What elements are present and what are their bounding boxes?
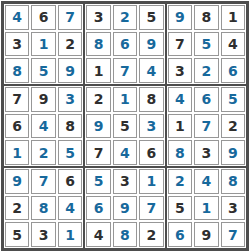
- cell-r1c6[interactable]: 5: [139, 5, 163, 30]
- sudoku-box: 467312859: [3, 3, 84, 85]
- cell-r5c6[interactable]: 3: [139, 114, 163, 139]
- cell-r4c8[interactable]: 6: [194, 87, 218, 112]
- cell-r3c3[interactable]: 9: [58, 58, 82, 83]
- cell-r9c8[interactable]: 9: [194, 222, 218, 247]
- cell-r2c6[interactable]: 9: [139, 32, 163, 57]
- cell-r8c3[interactable]: 4: [58, 196, 82, 221]
- cell-r1c1[interactable]: 4: [5, 5, 29, 30]
- cell-r9c2[interactable]: 3: [31, 222, 55, 247]
- sudoku-box: 248513697: [166, 167, 247, 249]
- cell-r4c1[interactable]: 7: [5, 87, 29, 112]
- cell-r5c1[interactable]: 6: [5, 114, 29, 139]
- cell-r9c5[interactable]: 8: [113, 222, 137, 247]
- cell-r8c9[interactable]: 3: [221, 196, 245, 221]
- cell-r5c8[interactable]: 7: [194, 114, 218, 139]
- cell-r6c7[interactable]: 8: [168, 140, 192, 165]
- sudoku-box: 465172839: [166, 85, 247, 167]
- cell-r3c6[interactable]: 4: [139, 58, 163, 83]
- cell-r7c7[interactable]: 2: [168, 169, 192, 194]
- cell-r1c2[interactable]: 6: [31, 5, 55, 30]
- cell-r7c8[interactable]: 4: [194, 169, 218, 194]
- cell-r3c4[interactable]: 1: [86, 58, 110, 83]
- cell-r3c5[interactable]: 7: [113, 58, 137, 83]
- cell-r9c3[interactable]: 1: [58, 222, 82, 247]
- cell-r7c5[interactable]: 3: [113, 169, 137, 194]
- cell-r6c1[interactable]: 1: [5, 140, 29, 165]
- cell-r3c9[interactable]: 6: [221, 58, 245, 83]
- cell-r2c2[interactable]: 1: [31, 32, 55, 57]
- cell-r8c2[interactable]: 8: [31, 196, 55, 221]
- cell-r7c6[interactable]: 1: [139, 169, 163, 194]
- cell-r6c4[interactable]: 7: [86, 140, 110, 165]
- cell-r5c4[interactable]: 9: [86, 114, 110, 139]
- cell-r1c9[interactable]: 1: [221, 5, 245, 30]
- cell-r1c4[interactable]: 3: [86, 5, 110, 30]
- sudoku-box: 981754326: [166, 3, 247, 85]
- cell-r5c7[interactable]: 1: [168, 114, 192, 139]
- cell-r5c2[interactable]: 4: [31, 114, 55, 139]
- cell-r7c4[interactable]: 5: [86, 169, 110, 194]
- cell-r9c7[interactable]: 6: [168, 222, 192, 247]
- cell-r3c1[interactable]: 8: [5, 58, 29, 83]
- cell-r3c7[interactable]: 3: [168, 58, 192, 83]
- cell-r4c3[interactable]: 3: [58, 87, 82, 112]
- cell-r8c5[interactable]: 9: [113, 196, 137, 221]
- cell-r1c7[interactable]: 9: [168, 5, 192, 30]
- cell-r4c4[interactable]: 2: [86, 87, 110, 112]
- cell-r1c8[interactable]: 8: [194, 5, 218, 30]
- cell-r1c3[interactable]: 7: [58, 5, 82, 30]
- sudoku-box: 976284531: [3, 167, 84, 249]
- cell-r4c5[interactable]: 1: [113, 87, 137, 112]
- cell-r9c9[interactable]: 7: [221, 222, 245, 247]
- cell-r2c8[interactable]: 5: [194, 32, 218, 57]
- cell-r6c3[interactable]: 5: [58, 140, 82, 165]
- cell-r2c7[interactable]: 7: [168, 32, 192, 57]
- cell-r2c9[interactable]: 4: [221, 32, 245, 57]
- cell-r5c9[interactable]: 2: [221, 114, 245, 139]
- cell-r6c6[interactable]: 6: [139, 140, 163, 165]
- sudoku-box: 531697482: [84, 167, 165, 249]
- cell-r3c2[interactable]: 5: [31, 58, 55, 83]
- cell-r9c1[interactable]: 5: [5, 222, 29, 247]
- cell-r7c2[interactable]: 7: [31, 169, 55, 194]
- sudoku-board: 4673128593258691749817543267936481252189…: [1, 1, 249, 251]
- cell-r8c6[interactable]: 7: [139, 196, 163, 221]
- cell-r2c4[interactable]: 8: [86, 32, 110, 57]
- cell-r8c8[interactable]: 1: [194, 196, 218, 221]
- cell-r7c9[interactable]: 8: [221, 169, 245, 194]
- cell-r8c4[interactable]: 6: [86, 196, 110, 221]
- sudoku-box: 218953746: [84, 85, 165, 167]
- cell-r4c2[interactable]: 9: [31, 87, 55, 112]
- cell-r7c1[interactable]: 9: [5, 169, 29, 194]
- sudoku-box: 325869174: [84, 3, 165, 85]
- cell-r2c3[interactable]: 2: [58, 32, 82, 57]
- cell-r6c2[interactable]: 2: [31, 140, 55, 165]
- cell-r2c5[interactable]: 6: [113, 32, 137, 57]
- cell-r1c5[interactable]: 2: [113, 5, 137, 30]
- cell-r6c8[interactable]: 3: [194, 140, 218, 165]
- cell-r4c6[interactable]: 8: [139, 87, 163, 112]
- cell-r9c4[interactable]: 4: [86, 222, 110, 247]
- cell-r3c8[interactable]: 2: [194, 58, 218, 83]
- cell-r4c7[interactable]: 4: [168, 87, 192, 112]
- sudoku-box: 793648125: [3, 85, 84, 167]
- cell-r5c3[interactable]: 8: [58, 114, 82, 139]
- cell-r8c1[interactable]: 2: [5, 196, 29, 221]
- cell-r6c9[interactable]: 9: [221, 140, 245, 165]
- cell-r5c5[interactable]: 5: [113, 114, 137, 139]
- cell-r7c3[interactable]: 6: [58, 169, 82, 194]
- cell-r8c7[interactable]: 5: [168, 196, 192, 221]
- cell-r4c9[interactable]: 5: [221, 87, 245, 112]
- cell-r6c5[interactable]: 4: [113, 140, 137, 165]
- cell-r2c1[interactable]: 3: [5, 32, 29, 57]
- cell-r9c6[interactable]: 2: [139, 222, 163, 247]
